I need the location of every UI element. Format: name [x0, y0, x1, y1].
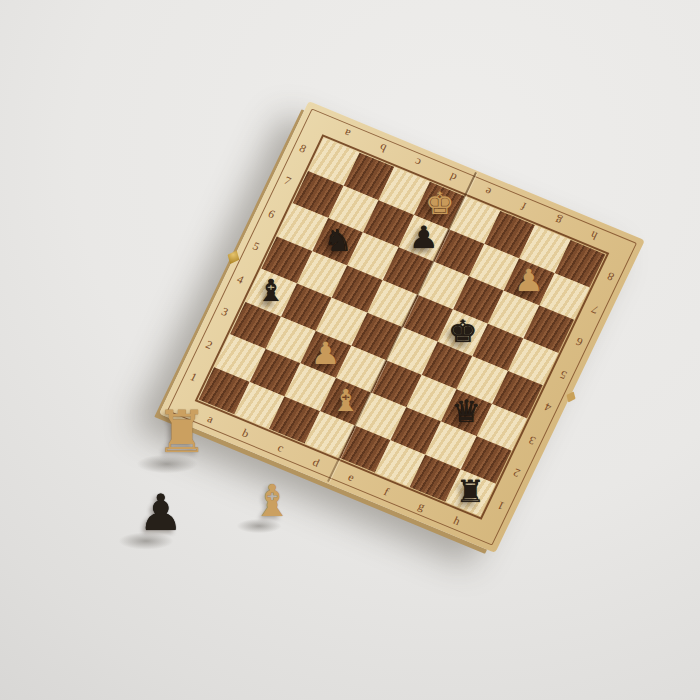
black-rook-h1: ♜	[451, 473, 490, 509]
latch-tab-icon	[564, 390, 578, 405]
white-rook-offboard: ♜	[156, 403, 208, 461]
black-pawn-offboard: ♟	[139, 488, 184, 538]
black-king-f5: ♚	[443, 313, 482, 349]
black-queen-g3: ♛	[447, 393, 486, 429]
chess-board: abcdefgh abcdefgh 87654321 87654321 ♚♟♟♞…	[159, 101, 645, 553]
black-bishop-a4: ♝	[252, 273, 291, 309]
white-pawn-c3: ♟	[307, 334, 346, 370]
white-pawn-g7: ♟	[510, 262, 549, 298]
photo-scene: abcdefgh abcdefgh 87654321 87654321 ♚♟♟♞…	[0, 0, 700, 700]
black-knight-b6: ♞	[318, 222, 357, 258]
square-h1: ♜	[445, 469, 496, 516]
white-bishop-offboard: ♝	[252, 479, 291, 523]
